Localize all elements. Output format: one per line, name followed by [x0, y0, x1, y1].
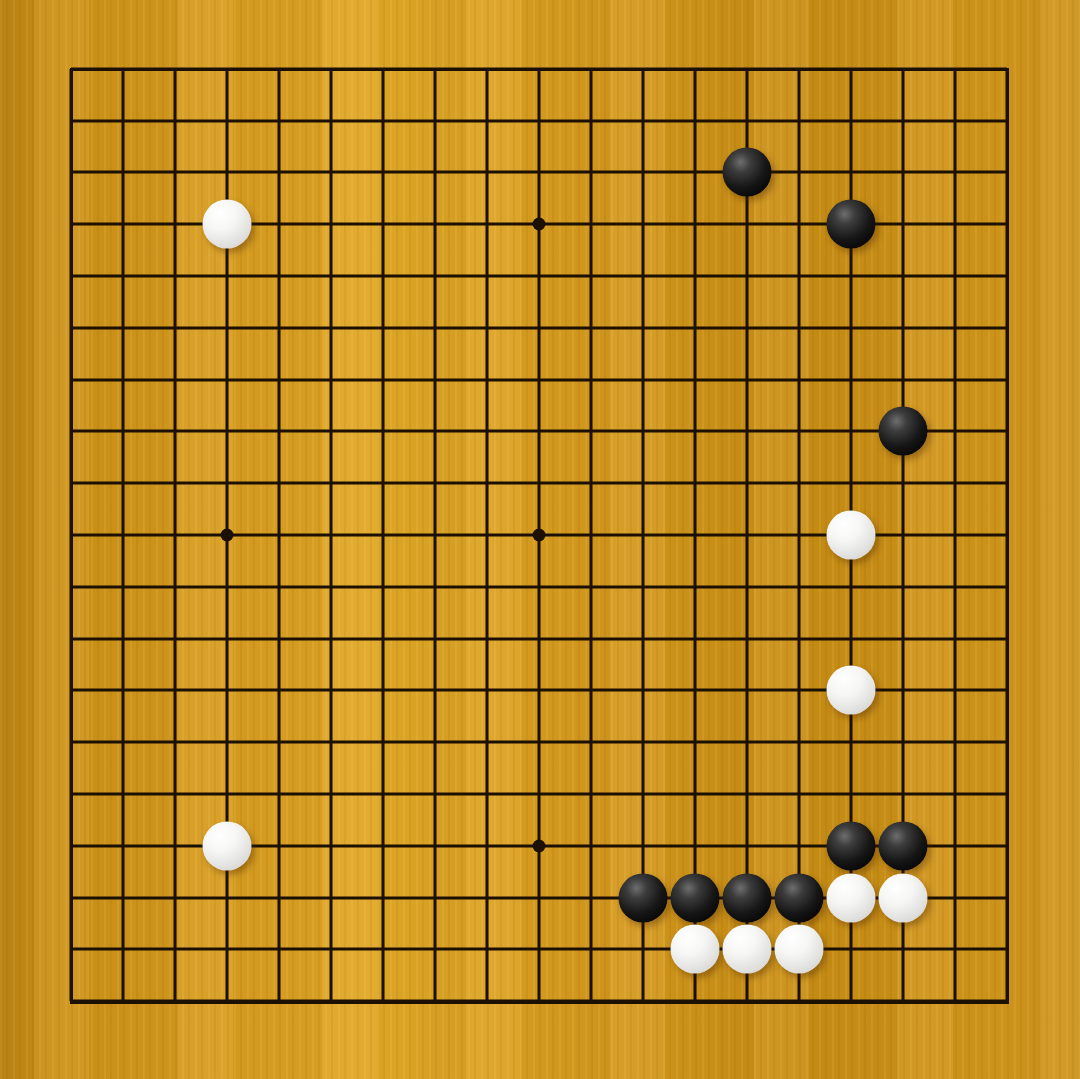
intersection[interactable] [357, 561, 409, 613]
intersection[interactable] [253, 43, 305, 95]
intersection[interactable] [149, 250, 201, 302]
intersection[interactable] [981, 147, 1033, 199]
intersection[interactable] [825, 198, 877, 250]
intersection[interactable] [617, 354, 669, 406]
intersection[interactable] [461, 975, 513, 1027]
intersection[interactable] [773, 975, 825, 1027]
intersection[interactable] [97, 509, 149, 561]
intersection[interactable] [201, 768, 253, 820]
intersection[interactable] [773, 923, 825, 975]
intersection[interactable] [513, 923, 565, 975]
intersection[interactable] [825, 768, 877, 820]
intersection[interactable] [409, 406, 461, 458]
intersection[interactable] [773, 820, 825, 872]
intersection[interactable] [825, 43, 877, 95]
intersection[interactable] [461, 613, 513, 665]
intersection[interactable] [201, 716, 253, 768]
intersection[interactable] [97, 613, 149, 665]
intersection[interactable] [617, 923, 669, 975]
intersection[interactable] [253, 250, 305, 302]
intersection[interactable] [357, 147, 409, 199]
intersection[interactable] [409, 198, 461, 250]
intersection[interactable] [721, 768, 773, 820]
intersection[interactable] [929, 613, 981, 665]
intersection[interactable] [617, 716, 669, 768]
intersection[interactable] [201, 561, 253, 613]
intersection[interactable] [513, 561, 565, 613]
intersection[interactable] [97, 198, 149, 250]
intersection[interactable] [617, 406, 669, 458]
intersection[interactable] [565, 406, 617, 458]
intersection[interactable] [45, 43, 97, 95]
intersection[interactable] [565, 820, 617, 872]
intersection[interactable] [773, 716, 825, 768]
intersection[interactable] [721, 975, 773, 1027]
intersection[interactable] [513, 975, 565, 1027]
intersection[interactable] [357, 198, 409, 250]
intersection[interactable] [721, 198, 773, 250]
intersection[interactable] [825, 95, 877, 147]
intersection[interactable] [253, 664, 305, 716]
intersection[interactable] [305, 95, 357, 147]
intersection[interactable] [565, 43, 617, 95]
intersection[interactable] [149, 561, 201, 613]
intersection[interactable] [825, 406, 877, 458]
intersection[interactable] [461, 198, 513, 250]
intersection[interactable] [149, 509, 201, 561]
intersection[interactable] [97, 147, 149, 199]
intersection[interactable] [461, 664, 513, 716]
intersection[interactable] [981, 509, 1033, 561]
intersection[interactable] [513, 354, 565, 406]
intersection[interactable] [45, 147, 97, 199]
intersection[interactable] [149, 43, 201, 95]
intersection[interactable] [981, 43, 1033, 95]
intersection[interactable] [409, 613, 461, 665]
intersection[interactable] [97, 43, 149, 95]
intersection[interactable] [565, 923, 617, 975]
intersection[interactable] [877, 147, 929, 199]
intersection[interactable] [461, 250, 513, 302]
intersection[interactable] [97, 716, 149, 768]
intersection[interactable] [929, 95, 981, 147]
intersection[interactable] [669, 561, 721, 613]
intersection[interactable] [877, 95, 929, 147]
intersection[interactable] [97, 768, 149, 820]
intersection[interactable] [409, 302, 461, 354]
intersection[interactable] [877, 354, 929, 406]
intersection[interactable] [825, 820, 877, 872]
intersection[interactable] [45, 716, 97, 768]
intersection[interactable] [149, 872, 201, 924]
intersection[interactable] [617, 250, 669, 302]
intersection[interactable] [721, 302, 773, 354]
intersection[interactable] [409, 716, 461, 768]
intersection[interactable] [929, 768, 981, 820]
intersection[interactable] [305, 147, 357, 199]
intersection[interactable] [877, 198, 929, 250]
intersection[interactable] [617, 561, 669, 613]
intersection[interactable] [97, 250, 149, 302]
intersection[interactable] [773, 250, 825, 302]
intersection[interactable] [149, 768, 201, 820]
intersection[interactable] [877, 613, 929, 665]
intersection[interactable] [201, 975, 253, 1027]
intersection[interactable] [201, 820, 253, 872]
intersection[interactable] [773, 302, 825, 354]
intersection[interactable] [305, 768, 357, 820]
intersection[interactable] [97, 820, 149, 872]
intersection[interactable] [877, 561, 929, 613]
intersection[interactable] [45, 509, 97, 561]
intersection[interactable] [305, 457, 357, 509]
intersection[interactable] [565, 561, 617, 613]
intersection[interactable] [877, 406, 929, 458]
intersection[interactable] [929, 43, 981, 95]
intersection[interactable] [981, 872, 1033, 924]
intersection[interactable] [565, 509, 617, 561]
intersection[interactable] [929, 820, 981, 872]
intersection[interactable] [721, 509, 773, 561]
intersection[interactable] [721, 147, 773, 199]
intersection[interactable] [149, 923, 201, 975]
intersection[interactable] [461, 561, 513, 613]
intersection[interactable] [825, 250, 877, 302]
intersection[interactable] [305, 872, 357, 924]
intersection[interactable] [409, 923, 461, 975]
intersection[interactable] [357, 613, 409, 665]
intersection[interactable] [97, 561, 149, 613]
intersection[interactable] [201, 457, 253, 509]
intersection[interactable] [981, 664, 1033, 716]
intersection[interactable] [201, 302, 253, 354]
intersection[interactable] [929, 250, 981, 302]
intersection[interactable] [461, 509, 513, 561]
intersection[interactable] [45, 95, 97, 147]
intersection[interactable] [513, 43, 565, 95]
intersection[interactable] [461, 872, 513, 924]
intersection[interactable] [721, 613, 773, 665]
intersection[interactable] [669, 975, 721, 1027]
intersection[interactable] [461, 820, 513, 872]
intersection[interactable] [669, 198, 721, 250]
intersection[interactable] [617, 302, 669, 354]
intersection[interactable] [877, 872, 929, 924]
intersection[interactable] [877, 302, 929, 354]
intersection[interactable] [565, 354, 617, 406]
intersection[interactable] [669, 147, 721, 199]
intersection[interactable] [773, 147, 825, 199]
intersection[interactable] [617, 43, 669, 95]
intersection[interactable] [201, 923, 253, 975]
intersection[interactable] [45, 872, 97, 924]
intersection[interactable] [929, 198, 981, 250]
intersection[interactable] [617, 872, 669, 924]
intersection[interactable] [253, 198, 305, 250]
intersection[interactable] [45, 820, 97, 872]
intersection[interactable] [877, 509, 929, 561]
intersection[interactable] [45, 406, 97, 458]
intersection[interactable] [981, 457, 1033, 509]
intersection[interactable] [773, 768, 825, 820]
intersection[interactable] [981, 354, 1033, 406]
intersection[interactable] [149, 975, 201, 1027]
intersection[interactable] [773, 95, 825, 147]
intersection[interactable] [565, 198, 617, 250]
intersection[interactable] [773, 354, 825, 406]
intersection[interactable] [97, 664, 149, 716]
intersection[interactable] [409, 509, 461, 561]
intersection[interactable] [305, 354, 357, 406]
intersection[interactable] [981, 716, 1033, 768]
intersection[interactable] [721, 457, 773, 509]
intersection[interactable] [149, 147, 201, 199]
intersection[interactable] [253, 613, 305, 665]
intersection[interactable] [669, 872, 721, 924]
intersection[interactable] [305, 613, 357, 665]
intersection[interactable] [981, 95, 1033, 147]
intersection[interactable] [617, 820, 669, 872]
intersection[interactable] [97, 457, 149, 509]
intersection[interactable] [981, 975, 1033, 1027]
intersection[interactable] [825, 509, 877, 561]
intersection[interactable] [357, 509, 409, 561]
intersection[interactable] [253, 457, 305, 509]
intersection[interactable] [981, 198, 1033, 250]
intersection[interactable] [357, 872, 409, 924]
intersection[interactable] [357, 406, 409, 458]
intersection[interactable] [825, 561, 877, 613]
intersection[interactable] [45, 457, 97, 509]
intersection[interactable] [721, 95, 773, 147]
intersection[interactable] [877, 820, 929, 872]
intersection[interactable] [461, 354, 513, 406]
intersection[interactable] [253, 354, 305, 406]
intersection[interactable] [357, 820, 409, 872]
intersection[interactable] [461, 768, 513, 820]
intersection[interactable] [669, 457, 721, 509]
intersection[interactable] [721, 923, 773, 975]
intersection[interactable] [565, 872, 617, 924]
intersection[interactable] [305, 664, 357, 716]
intersection[interactable] [149, 406, 201, 458]
intersection[interactable] [409, 147, 461, 199]
intersection[interactable] [669, 43, 721, 95]
intersection[interactable] [877, 768, 929, 820]
intersection[interactable] [201, 664, 253, 716]
intersection[interactable] [461, 43, 513, 95]
intersection[interactable] [721, 250, 773, 302]
intersection[interactable] [877, 43, 929, 95]
intersection[interactable] [825, 923, 877, 975]
intersection[interactable] [877, 664, 929, 716]
intersection[interactable] [409, 872, 461, 924]
intersection[interactable] [669, 820, 721, 872]
intersection[interactable] [513, 302, 565, 354]
intersection[interactable] [149, 820, 201, 872]
intersection[interactable] [97, 95, 149, 147]
intersection[interactable] [565, 250, 617, 302]
intersection[interactable] [357, 302, 409, 354]
intersection[interactable] [721, 716, 773, 768]
intersection[interactable] [461, 406, 513, 458]
intersection[interactable] [461, 716, 513, 768]
intersection[interactable] [253, 975, 305, 1027]
intersection[interactable] [149, 302, 201, 354]
intersection[interactable] [773, 872, 825, 924]
intersection[interactable] [409, 768, 461, 820]
intersection[interactable] [617, 509, 669, 561]
intersection[interactable] [149, 457, 201, 509]
intersection[interactable] [929, 509, 981, 561]
intersection[interactable] [825, 147, 877, 199]
intersection[interactable] [201, 95, 253, 147]
intersection[interactable] [981, 923, 1033, 975]
intersection[interactable] [357, 250, 409, 302]
intersection[interactable] [929, 147, 981, 199]
intersection[interactable] [201, 406, 253, 458]
intersection[interactable] [513, 716, 565, 768]
intersection[interactable] [617, 95, 669, 147]
intersection[interactable] [97, 406, 149, 458]
intersection[interactable] [565, 768, 617, 820]
intersection[interactable] [409, 664, 461, 716]
intersection[interactable] [565, 613, 617, 665]
intersection[interactable] [409, 95, 461, 147]
intersection[interactable] [461, 923, 513, 975]
intersection[interactable] [877, 975, 929, 1027]
intersection[interactable] [877, 923, 929, 975]
intersection[interactable] [305, 406, 357, 458]
intersection[interactable] [45, 302, 97, 354]
intersection[interactable] [929, 302, 981, 354]
intersection[interactable] [461, 95, 513, 147]
intersection[interactable] [45, 613, 97, 665]
intersection[interactable] [461, 457, 513, 509]
intersection[interactable] [929, 457, 981, 509]
intersection[interactable] [773, 613, 825, 665]
intersection[interactable] [253, 923, 305, 975]
intersection[interactable] [981, 250, 1033, 302]
intersection[interactable] [45, 664, 97, 716]
intersection[interactable] [253, 561, 305, 613]
intersection[interactable] [149, 664, 201, 716]
intersection[interactable] [669, 613, 721, 665]
intersection[interactable] [201, 872, 253, 924]
intersection[interactable] [357, 43, 409, 95]
intersection[interactable] [97, 354, 149, 406]
intersection[interactable] [409, 457, 461, 509]
intersection[interactable] [929, 716, 981, 768]
intersection[interactable] [149, 354, 201, 406]
intersection[interactable] [409, 43, 461, 95]
intersection[interactable] [97, 872, 149, 924]
intersection[interactable] [565, 95, 617, 147]
intersection[interactable] [981, 613, 1033, 665]
intersection[interactable] [45, 768, 97, 820]
intersection[interactable] [357, 975, 409, 1027]
intersection[interactable] [253, 302, 305, 354]
intersection[interactable] [305, 250, 357, 302]
intersection[interactable] [253, 716, 305, 768]
intersection[interactable] [825, 975, 877, 1027]
intersection[interactable] [409, 561, 461, 613]
intersection[interactable] [981, 820, 1033, 872]
intersection[interactable] [357, 716, 409, 768]
intersection[interactable] [201, 147, 253, 199]
intersection[interactable] [253, 406, 305, 458]
intersection[interactable] [461, 147, 513, 199]
intersection[interactable] [201, 198, 253, 250]
intersection[interactable] [721, 820, 773, 872]
intersection[interactable] [409, 250, 461, 302]
intersection[interactable] [513, 509, 565, 561]
intersection[interactable] [669, 95, 721, 147]
intersection[interactable] [45, 250, 97, 302]
intersection[interactable] [513, 147, 565, 199]
intersection[interactable] [617, 457, 669, 509]
intersection[interactable] [513, 406, 565, 458]
intersection[interactable] [565, 716, 617, 768]
intersection[interactable] [305, 820, 357, 872]
intersection[interactable] [669, 509, 721, 561]
intersection[interactable] [825, 613, 877, 665]
intersection[interactable] [305, 716, 357, 768]
intersection[interactable] [825, 302, 877, 354]
intersection[interactable] [617, 768, 669, 820]
intersection[interactable] [721, 872, 773, 924]
intersection[interactable] [513, 613, 565, 665]
intersection[interactable] [45, 198, 97, 250]
intersection[interactable] [305, 975, 357, 1027]
intersection[interactable] [305, 302, 357, 354]
intersection[interactable] [721, 354, 773, 406]
intersection[interactable] [773, 664, 825, 716]
intersection[interactable] [773, 198, 825, 250]
intersection[interactable] [721, 43, 773, 95]
intersection[interactable] [773, 457, 825, 509]
intersection[interactable] [357, 354, 409, 406]
intersection[interactable] [305, 509, 357, 561]
intersection[interactable] [929, 664, 981, 716]
intersection[interactable] [981, 768, 1033, 820]
intersection[interactable] [357, 664, 409, 716]
intersection[interactable] [513, 768, 565, 820]
intersection[interactable] [513, 457, 565, 509]
intersection[interactable] [929, 923, 981, 975]
intersection[interactable] [721, 406, 773, 458]
intersection[interactable] [721, 664, 773, 716]
intersection[interactable] [773, 561, 825, 613]
intersection[interactable] [45, 975, 97, 1027]
intersection[interactable] [201, 613, 253, 665]
intersection[interactable] [409, 820, 461, 872]
intersection[interactable] [461, 302, 513, 354]
intersection[interactable] [513, 872, 565, 924]
intersection[interactable] [669, 406, 721, 458]
intersection[interactable] [357, 923, 409, 975]
intersection[interactable] [877, 250, 929, 302]
intersection[interactable] [669, 250, 721, 302]
intersection[interactable] [357, 95, 409, 147]
intersection[interactable] [305, 43, 357, 95]
intersection[interactable] [253, 768, 305, 820]
intersection[interactable] [929, 975, 981, 1027]
intersection[interactable] [45, 561, 97, 613]
intersection[interactable] [773, 509, 825, 561]
intersection[interactable] [513, 250, 565, 302]
intersection[interactable] [981, 302, 1033, 354]
